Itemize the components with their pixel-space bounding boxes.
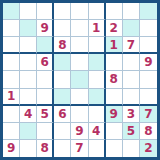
cell-r8c5[interactable]: 9 (71, 123, 88, 140)
cell-r8c7[interactable] (106, 123, 123, 140)
cell-r8c4[interactable] (54, 123, 71, 140)
cell-r2c3[interactable]: 9 (37, 20, 54, 37)
cell-r3c2[interactable] (20, 37, 37, 54)
cell-r6c7[interactable] (106, 89, 123, 106)
cell-r5c8[interactable] (123, 71, 140, 88)
cell-r6c3[interactable] (37, 89, 54, 106)
cell-r7c1[interactable] (3, 106, 20, 123)
cell-r2c1[interactable] (3, 20, 20, 37)
cell-r4c9[interactable]: 9 (140, 54, 157, 71)
cell-r9c1[interactable]: 9 (3, 140, 20, 157)
cell-r9c5[interactable]: 7 (71, 140, 88, 157)
cell-r4c5[interactable] (71, 54, 88, 71)
cell-r9c7[interactable] (106, 140, 123, 157)
cell-r5c7[interactable]: 8 (106, 71, 123, 88)
cell-r7c9[interactable]: 7 (140, 106, 157, 123)
cell-r6c1[interactable]: 1 (3, 89, 20, 106)
cell-r1c7[interactable] (106, 3, 123, 20)
cell-r2c2[interactable] (20, 20, 37, 37)
sudoku-board: 912817698145693794589872 (0, 0, 160, 160)
cell-r3c9[interactable] (140, 37, 157, 54)
cell-r8c1[interactable] (3, 123, 20, 140)
cell-r6c4[interactable] (54, 89, 71, 106)
cell-r6c2[interactable] (20, 89, 37, 106)
cell-r9c6[interactable] (89, 140, 106, 157)
cell-r4c2[interactable] (20, 54, 37, 71)
cell-r5c4[interactable] (54, 71, 71, 88)
cell-r2c7[interactable]: 2 (106, 20, 123, 37)
cell-r1c4[interactable] (54, 3, 71, 20)
cell-r1c5[interactable] (71, 3, 88, 20)
cell-r2c4[interactable] (54, 20, 71, 37)
cell-r7c7[interactable]: 9 (106, 106, 123, 123)
cell-r5c1[interactable] (3, 71, 20, 88)
cell-r7c8[interactable]: 3 (123, 106, 140, 123)
cell-r2c8[interactable] (123, 20, 140, 37)
cell-r6c5[interactable] (71, 89, 88, 106)
cell-r1c1[interactable] (3, 3, 20, 20)
cell-r6c6[interactable] (89, 89, 106, 106)
cell-r5c5[interactable] (71, 71, 88, 88)
cell-r8c8[interactable]: 5 (123, 123, 140, 140)
cell-r5c6[interactable] (89, 71, 106, 88)
cell-r1c2[interactable] (20, 3, 37, 20)
cell-r1c6[interactable] (89, 3, 106, 20)
cell-r2c5[interactable] (71, 20, 88, 37)
cell-r4c1[interactable] (3, 54, 20, 71)
cell-r7c3[interactable]: 5 (37, 106, 54, 123)
cell-r3c4[interactable]: 8 (54, 37, 71, 54)
cell-r5c9[interactable] (140, 71, 157, 88)
cell-r3c7[interactable]: 1 (106, 37, 123, 54)
cell-r7c4[interactable]: 6 (54, 106, 71, 123)
cell-r9c4[interactable] (54, 140, 71, 157)
cell-r9c8[interactable] (123, 140, 140, 157)
cell-r9c9[interactable]: 2 (140, 140, 157, 157)
cell-r4c8[interactable] (123, 54, 140, 71)
cell-r7c6[interactable] (89, 106, 106, 123)
cell-r2c6[interactable]: 1 (89, 20, 106, 37)
cell-r3c6[interactable] (89, 37, 106, 54)
cell-r9c3[interactable]: 8 (37, 140, 54, 157)
cell-r4c4[interactable] (54, 54, 71, 71)
cell-r4c3[interactable]: 6 (37, 54, 54, 71)
cell-r5c2[interactable] (20, 71, 37, 88)
cell-r3c1[interactable] (3, 37, 20, 54)
cell-r4c6[interactable] (89, 54, 106, 71)
cell-r3c3[interactable] (37, 37, 54, 54)
cell-r1c9[interactable] (140, 3, 157, 20)
cell-r9c2[interactable] (20, 140, 37, 157)
cell-r7c2[interactable]: 4 (20, 106, 37, 123)
cell-r8c2[interactable] (20, 123, 37, 140)
cell-r1c3[interactable] (37, 3, 54, 20)
cell-r6c8[interactable] (123, 89, 140, 106)
cell-r2c9[interactable] (140, 20, 157, 37)
cell-r3c8[interactable]: 7 (123, 37, 140, 54)
cell-r6c9[interactable] (140, 89, 157, 106)
cell-r3c5[interactable] (71, 37, 88, 54)
cell-r1c8[interactable] (123, 3, 140, 20)
cell-r8c3[interactable] (37, 123, 54, 140)
cell-r4c7[interactable] (106, 54, 123, 71)
cell-r8c6[interactable]: 4 (89, 123, 106, 140)
cell-r8c9[interactable]: 8 (140, 123, 157, 140)
cell-r7c5[interactable] (71, 106, 88, 123)
cell-r5c3[interactable] (37, 71, 54, 88)
